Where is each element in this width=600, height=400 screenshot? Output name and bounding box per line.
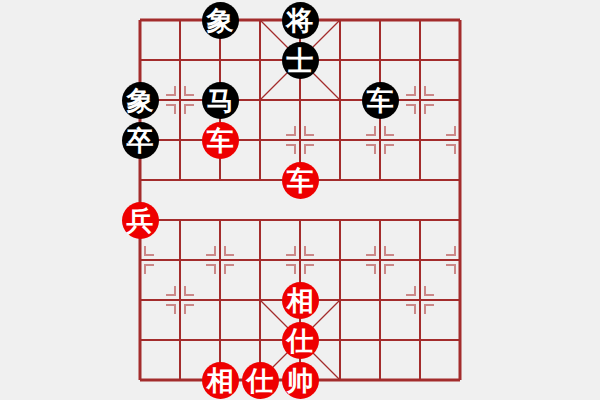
piece-glyph: 将 [287, 7, 314, 34]
piece-glyph: 帅 [287, 367, 314, 394]
piece-glyph: 车 [367, 87, 394, 114]
piece-red-chariot[interactable]: 车 [202, 122, 239, 159]
piece-glyph: 兵 [127, 207, 154, 234]
piece-glyph: 相 [207, 367, 234, 394]
piece-red-advisor[interactable]: 仕 [242, 362, 279, 399]
piece-black-horse[interactable]: 马 [202, 82, 239, 119]
xiangqi-screenshot: 象将士象马车卒车车兵相仕相仕帅 [0, 0, 600, 400]
piece-glyph: 车 [287, 167, 314, 194]
piece-glyph: 卒 [127, 127, 154, 154]
pieces-layer: 象将士象马车卒车车兵相仕相仕帅 [0, 0, 600, 400]
piece-red-general[interactable]: 帅 [282, 362, 319, 399]
piece-black-advisor[interactable]: 士 [282, 42, 319, 79]
piece-red-elephant[interactable]: 相 [282, 282, 319, 319]
piece-black-elephant[interactable]: 象 [122, 82, 159, 119]
piece-glyph: 象 [207, 7, 234, 34]
piece-red-chariot[interactable]: 车 [282, 162, 319, 199]
piece-red-soldier[interactable]: 兵 [122, 202, 159, 239]
piece-red-advisor[interactable]: 仕 [282, 322, 319, 359]
piece-glyph: 仕 [287, 327, 314, 354]
piece-glyph: 马 [207, 87, 234, 114]
piece-glyph: 仕 [247, 367, 274, 394]
piece-black-soldier[interactable]: 卒 [122, 122, 159, 159]
piece-glyph: 相 [287, 287, 314, 314]
piece-black-general[interactable]: 将 [282, 2, 319, 39]
piece-red-elephant[interactable]: 相 [202, 362, 239, 399]
piece-black-chariot[interactable]: 车 [362, 82, 399, 119]
piece-glyph: 士 [287, 47, 314, 74]
piece-glyph: 象 [127, 87, 154, 114]
piece-glyph: 车 [207, 127, 234, 154]
piece-black-elephant[interactable]: 象 [202, 2, 239, 39]
